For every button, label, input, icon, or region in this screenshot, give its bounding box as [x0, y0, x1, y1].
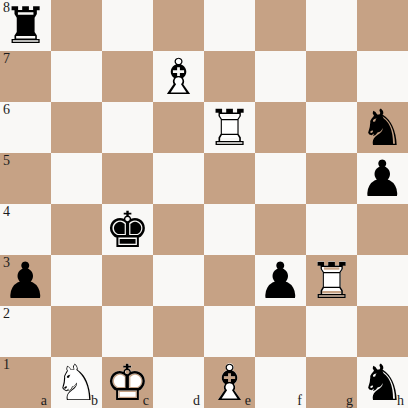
square-h5[interactable]: ♟	[357, 153, 408, 204]
square-a5[interactable]: 5	[0, 153, 51, 204]
square-f3[interactable]: ♟	[255, 255, 306, 306]
square-g8[interactable]	[306, 0, 357, 51]
square-f7[interactable]	[255, 51, 306, 102]
piece-black-knight[interactable]: ♞	[357, 357, 408, 408]
square-a8[interactable]: 8♜	[0, 0, 51, 51]
square-c1[interactable]: c♚♔	[102, 357, 153, 408]
piece-white-bishop[interactable]: ♝♗	[153, 51, 204, 102]
piece-black-rook[interactable]: ♜	[0, 0, 51, 51]
square-d8[interactable]	[153, 0, 204, 51]
square-g4[interactable]	[306, 204, 357, 255]
square-e2[interactable]	[204, 306, 255, 357]
piece-white-rook[interactable]: ♜♖	[204, 102, 255, 153]
square-b8[interactable]	[51, 0, 102, 51]
rank-label-7: 7	[3, 51, 10, 67]
square-b3[interactable]	[51, 255, 102, 306]
square-a1[interactable]: 1a	[0, 357, 51, 408]
square-b4[interactable]	[51, 204, 102, 255]
piece-glyph-outline: ♖	[309, 256, 354, 306]
square-c6[interactable]	[102, 102, 153, 153]
square-d1[interactable]: d	[153, 357, 204, 408]
square-a4[interactable]: 4	[0, 204, 51, 255]
square-h3[interactable]	[357, 255, 408, 306]
square-b1[interactable]: b♞♘	[51, 357, 102, 408]
square-h4[interactable]	[357, 204, 408, 255]
square-h2[interactable]	[357, 306, 408, 357]
square-g1[interactable]: g	[306, 357, 357, 408]
piece-glyph-outline: ♗	[156, 52, 201, 102]
square-a7[interactable]: 7	[0, 51, 51, 102]
square-h1[interactable]: h♞	[357, 357, 408, 408]
piece-white-knight[interactable]: ♞♘	[51, 357, 102, 408]
piece-black-pawn[interactable]: ♟	[0, 255, 51, 306]
piece-black-pawn[interactable]: ♟	[357, 153, 408, 204]
square-d3[interactable]	[153, 255, 204, 306]
piece-black-knight[interactable]: ♞	[357, 102, 408, 153]
piece-glyph-outline: ♔	[105, 358, 150, 408]
square-g5[interactable]	[306, 153, 357, 204]
square-b6[interactable]	[51, 102, 102, 153]
square-f5[interactable]	[255, 153, 306, 204]
square-a6[interactable]: 6	[0, 102, 51, 153]
piece-black-king[interactable]: ♚	[102, 204, 153, 255]
square-e5[interactable]	[204, 153, 255, 204]
piece-white-bishop[interactable]: ♝♗	[204, 357, 255, 408]
square-f8[interactable]	[255, 0, 306, 51]
square-c8[interactable]	[102, 0, 153, 51]
file-label-f: f	[297, 393, 302, 408]
rank-label-6: 6	[3, 102, 10, 118]
square-e6[interactable]: ♜♖	[204, 102, 255, 153]
square-c3[interactable]	[102, 255, 153, 306]
chess-board: 8♜7♝♗6♜♖♞5♟4♚3♟♟♜♖21ab♞♘c♚♔de♝♗fgh♞	[0, 0, 408, 408]
square-d5[interactable]	[153, 153, 204, 204]
square-c5[interactable]	[102, 153, 153, 204]
piece-glyph-outline: ♖	[207, 103, 252, 153]
file-label-d: d	[193, 393, 200, 408]
rank-label-5: 5	[3, 153, 10, 169]
square-a2[interactable]: 2	[0, 306, 51, 357]
piece-white-king[interactable]: ♚♔	[102, 357, 153, 408]
piece-white-rook[interactable]: ♜♖	[306, 255, 357, 306]
rank-label-4: 4	[3, 204, 10, 220]
square-g3[interactable]: ♜♖	[306, 255, 357, 306]
square-d4[interactable]	[153, 204, 204, 255]
square-e3[interactable]	[204, 255, 255, 306]
square-a3[interactable]: 3♟	[0, 255, 51, 306]
square-e8[interactable]	[204, 0, 255, 51]
square-c7[interactable]	[102, 51, 153, 102]
piece-glyph-outline: ♘	[54, 358, 99, 408]
file-label-a: a	[41, 393, 47, 408]
square-e7[interactable]	[204, 51, 255, 102]
square-c2[interactable]	[102, 306, 153, 357]
square-d7[interactable]: ♝♗	[153, 51, 204, 102]
file-label-g: g	[346, 393, 353, 408]
piece-black-pawn[interactable]: ♟	[255, 255, 306, 306]
piece-glyph-outline: ♗	[207, 358, 252, 408]
square-d6[interactable]	[153, 102, 204, 153]
square-g2[interactable]	[306, 306, 357, 357]
square-f4[interactable]	[255, 204, 306, 255]
square-f6[interactable]	[255, 102, 306, 153]
square-h8[interactable]	[357, 0, 408, 51]
square-f2[interactable]	[255, 306, 306, 357]
square-g6[interactable]	[306, 102, 357, 153]
rank-label-1: 1	[3, 357, 10, 373]
square-h6[interactable]: ♞	[357, 102, 408, 153]
square-c4[interactable]: ♚	[102, 204, 153, 255]
square-g7[interactable]	[306, 51, 357, 102]
square-b7[interactable]	[51, 51, 102, 102]
square-d2[interactable]	[153, 306, 204, 357]
square-f1[interactable]: f	[255, 357, 306, 408]
square-e1[interactable]: e♝♗	[204, 357, 255, 408]
square-b5[interactable]	[51, 153, 102, 204]
rank-label-2: 2	[3, 306, 10, 322]
square-h7[interactable]	[357, 51, 408, 102]
square-b2[interactable]	[51, 306, 102, 357]
square-e4[interactable]	[204, 204, 255, 255]
